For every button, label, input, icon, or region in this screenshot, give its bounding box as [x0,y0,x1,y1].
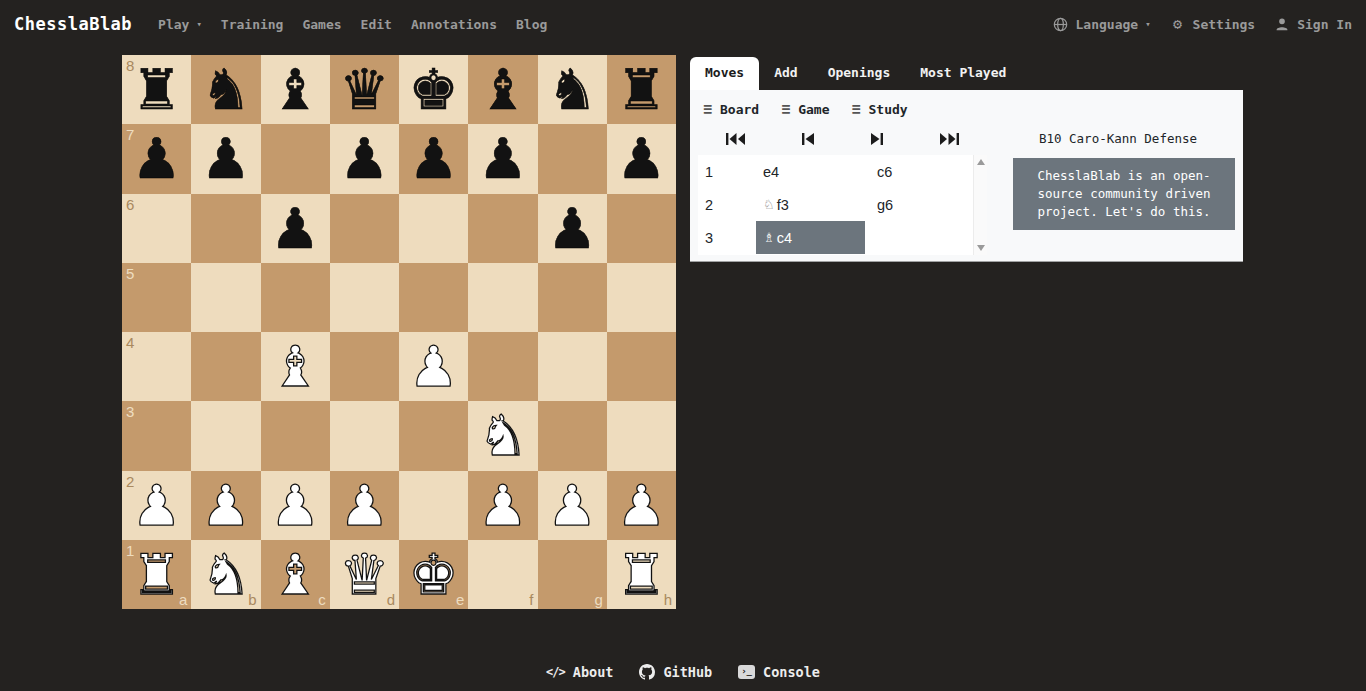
rank-label: 8 [126,57,134,74]
black-queen[interactable]: ♛ [339,55,389,124]
black-pawn[interactable]: ♟ [547,194,597,263]
scroll-up-icon[interactable] [977,159,985,165]
square-a2[interactable]: 2♟ [122,471,191,540]
square-c2[interactable]: ♟ [261,471,330,540]
square-a4[interactable]: 4 [122,332,191,401]
black-knight[interactable]: ♞ [201,55,251,124]
tab-most-played[interactable]: Most Played [905,57,1021,90]
tab-openings[interactable]: Openings [813,57,906,90]
user-menu: Language ▾ ⚙ Settings Sign In [1053,16,1352,32]
panel-tabbar: Moves Add Openings Most Played [690,57,1243,90]
black-pawn[interactable]: ♟ [616,124,666,193]
square-h8[interactable]: ♜ [607,55,676,124]
black-bishop[interactable]: ♝ [270,55,320,124]
square-c6[interactable]: ♟ [261,194,330,263]
square-a8[interactable]: 8♜ [122,55,191,124]
white-knight[interactable]: ♞ [201,540,251,609]
white-pawn[interactable]: ♟ [547,471,597,540]
white-rook[interactable]: ♜ [616,540,666,609]
square-e1[interactable]: e♚ [399,540,468,609]
square-a6[interactable]: 6 [122,194,191,263]
settings-button[interactable]: ⚙ Settings [1170,16,1256,32]
black-pawn[interactable]: ♟ [201,124,251,193]
square-f1[interactable]: f [468,540,537,609]
square-f6[interactable] [468,194,537,263]
code-icon: </> [546,665,565,679]
square-g1[interactable]: g [538,540,607,609]
footer: </> About GitHub ›_ Console [0,664,1366,680]
square-d4[interactable] [330,332,399,401]
square-d7[interactable]: ♟ [330,124,399,193]
person-icon [1274,16,1290,32]
square-f3[interactable]: ♞ [468,401,537,470]
app-logo[interactable]: ChesslaBlab [14,14,132,34]
black-pawn[interactable]: ♟ [270,194,320,263]
square-e5[interactable] [399,263,468,332]
language-menu[interactable]: Language ▾ [1053,16,1151,32]
square-d5[interactable] [330,263,399,332]
square-f8[interactable]: ♝ [468,55,537,124]
chevron-down-icon: ▾ [196,19,201,29]
rank-label: 5 [126,265,134,282]
move-list-scrollbar[interactable] [973,155,987,255]
opening-name: B10 Caro-Kann Defense [1001,131,1235,146]
white-king[interactable]: ♚ [409,540,459,609]
square-a3[interactable]: 3 [122,401,191,470]
white-pawn[interactable]: ♟ [270,471,320,540]
white-pawn[interactable]: ♟ [339,471,389,540]
square-f4[interactable] [468,332,537,401]
square-c3[interactable] [261,401,330,470]
square-h7[interactable]: ♟ [607,124,676,193]
square-c1[interactable]: c♝ [261,540,330,609]
black-move-2[interactable]: g6 [865,188,987,221]
move-number: 2 [698,188,756,221]
white-move-1[interactable]: e4 [756,155,865,188]
bishop-icon: ♗ [763,230,775,245]
square-h6[interactable] [607,194,676,263]
move-navigation [698,127,987,151]
white-knight[interactable]: ♞ [478,401,528,470]
square-h2[interactable]: ♟ [607,471,676,540]
rank-label: 4 [126,334,134,351]
hamburger-icon: ≡ [703,102,712,117]
square-b3[interactable] [191,401,260,470]
square-h3[interactable] [607,401,676,470]
square-g6[interactable]: ♟ [538,194,607,263]
moves-panel: Moves Add Openings Most Played ≡Board ≡G… [690,57,1243,262]
main-menu: Play▾ Training Games Edit Annotations Bl… [158,17,547,32]
black-king[interactable]: ♚ [409,55,459,124]
console-icon: ›_ [738,665,755,679]
github-link[interactable]: GitHub [639,664,712,680]
black-move-3[interactable] [865,221,987,254]
square-g5[interactable] [538,263,607,332]
square-b7[interactable]: ♟ [191,124,260,193]
file-label: h [664,591,672,608]
nav-blog[interactable]: Blog [516,17,547,32]
white-pawn[interactable]: ♟ [478,471,528,540]
rank-label: 2 [126,473,134,490]
move-list: 1 e4 c6 2 ♘f3 g6 3 ♗c4 [698,155,987,255]
square-h5[interactable] [607,263,676,332]
gear-icon: ⚙ [1170,16,1186,32]
white-move-2[interactable]: ♘f3 [756,188,865,221]
black-pawn[interactable]: ♟ [339,124,389,193]
white-pawn[interactable]: ♟ [132,471,182,540]
square-e2[interactable] [399,471,468,540]
square-d1[interactable]: d♛ [330,540,399,609]
nav-games[interactable]: Games [302,17,341,32]
square-g7[interactable] [538,124,607,193]
square-g2[interactable]: ♟ [538,471,607,540]
move-row: 2 ♘f3 g6 [698,188,987,221]
knight-icon: ♘ [763,197,775,212]
square-b4[interactable] [191,332,260,401]
square-f7[interactable]: ♟ [468,124,537,193]
file-label: e [456,591,464,608]
hamburger-icon: ≡ [781,102,790,117]
move-row: 3 ♗c4 [698,221,987,254]
square-d3[interactable] [330,401,399,470]
square-g4[interactable] [538,332,607,401]
file-label: a [179,591,187,608]
white-pawn[interactable]: ♟ [616,471,666,540]
black-pawn[interactable]: ♟ [409,124,459,193]
square-f2[interactable]: ♟ [468,471,537,540]
move-row: 1 e4 c6 [698,155,987,188]
nav-training[interactable]: Training [221,17,284,32]
chevron-down-icon: ▾ [1145,19,1150,29]
globe-icon [1053,16,1069,32]
tab-add[interactable]: Add [759,57,812,90]
move-number: 1 [698,155,756,188]
board-menu-button[interactable]: ≡Board [703,102,759,117]
black-bishop[interactable]: ♝ [478,55,528,124]
move-number: 3 [698,221,756,254]
scroll-down-icon[interactable] [977,245,985,251]
square-e8[interactable]: ♚ [399,55,468,124]
white-rook[interactable]: ♜ [132,540,182,609]
go-to-start-button[interactable] [720,131,751,147]
square-d2[interactable]: ♟ [330,471,399,540]
square-a5[interactable]: 5 [122,263,191,332]
black-rook[interactable]: ♜ [616,55,666,124]
file-label: d [387,591,395,608]
panel-body: ≡Board ≡Game ≡Study [690,90,1243,262]
nav-edit[interactable]: Edit [361,17,392,32]
black-pawn[interactable]: ♟ [132,124,182,193]
tab-moves[interactable]: Moves [690,57,759,90]
rank-label: 6 [126,196,134,213]
black-rook[interactable]: ♜ [132,55,182,124]
console-link[interactable]: ›_ Console [738,664,820,680]
github-icon [639,664,655,680]
study-menu-button[interactable]: ≡Study [852,102,908,117]
square-h1[interactable]: h♜ [607,540,676,609]
white-pawn[interactable]: ♟ [409,332,459,401]
rank-label: 1 [126,542,134,559]
square-g3[interactable] [538,401,607,470]
sign-in-button[interactable]: Sign In [1274,16,1352,32]
top-navigation-bar: ChesslaBlab Play▾ Training Games Edit An… [0,0,1366,48]
square-b6[interactable] [191,194,260,263]
black-move-1[interactable]: c6 [865,155,987,188]
file-label: g [594,591,602,608]
nav-annotations[interactable]: Annotations [411,17,497,32]
white-pawn[interactable]: ♟ [201,471,251,540]
white-move-3-current[interactable]: ♗c4 [756,221,865,254]
square-b8[interactable]: ♞ [191,55,260,124]
file-label: b [248,591,256,608]
white-queen[interactable]: ♛ [339,540,389,609]
square-e7[interactable]: ♟ [399,124,468,193]
game-menu-button[interactable]: ≡Game [781,102,829,117]
square-c5[interactable] [261,263,330,332]
square-e6[interactable] [399,194,468,263]
project-note: ChesslaBlab is an open-source community … [1013,158,1235,230]
black-knight[interactable]: ♞ [547,55,597,124]
square-c4[interactable]: ♝ [261,332,330,401]
square-e4[interactable]: ♟ [399,332,468,401]
square-d8[interactable]: ♛ [330,55,399,124]
rank-label: 7 [126,126,134,143]
square-d6[interactable] [330,194,399,263]
rank-label: 3 [126,403,134,420]
square-b2[interactable]: ♟ [191,471,260,540]
step-back-button[interactable] [796,131,820,147]
white-bishop[interactable]: ♝ [270,540,320,609]
file-label: c [318,591,326,608]
square-b1[interactable]: b♞ [191,540,260,609]
hamburger-icon: ≡ [852,102,861,117]
square-c8[interactable]: ♝ [261,55,330,124]
panel-menu: ≡Board ≡Game ≡Study [703,102,1235,117]
square-h4[interactable] [607,332,676,401]
square-e3[interactable] [399,401,468,470]
square-g8[interactable]: ♞ [538,55,607,124]
file-label: f [529,591,533,608]
square-b5[interactable] [191,263,260,332]
chess-board[interactable]: 8♜♞♝♛♚♝♞♜7♟♟♟♟♟♟6♟♟54♝♟3♞2♟♟♟♟♟♟♟1a♜b♞c♝… [122,55,676,609]
square-f5[interactable] [468,263,537,332]
about-link[interactable]: </> About [546,664,613,680]
square-a1[interactable]: 1a♜ [122,540,191,609]
step-forward-button[interactable] [865,131,889,147]
black-pawn[interactable]: ♟ [478,124,528,193]
square-c7[interactable] [261,124,330,193]
go-to-end-button[interactable] [934,131,965,147]
nav-play[interactable]: Play▾ [158,17,202,32]
white-bishop[interactable]: ♝ [270,332,320,401]
square-a7[interactable]: 7♟ [122,124,191,193]
